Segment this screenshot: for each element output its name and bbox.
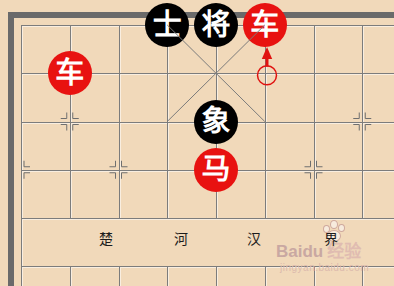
board-cell [21, 170, 70, 218]
board-cell [167, 266, 216, 286]
board-cell [216, 266, 265, 286]
river-label-char: 汉 [247, 228, 261, 248]
board-cell [119, 122, 168, 170]
board-cell [70, 170, 119, 218]
piece-glyph: 士 [153, 11, 182, 40]
watermark-url: jingyan.baidu.com [280, 262, 394, 273]
board-cell [265, 122, 314, 170]
board-cell [314, 73, 363, 121]
piece-glyph: 车 [250, 11, 279, 40]
board-cell [314, 122, 363, 170]
piece-glyph: 将 [201, 11, 230, 40]
board-cell [119, 73, 168, 121]
board-cell [362, 73, 394, 121]
piece-black-general: 将 [194, 3, 238, 47]
board-cell [362, 170, 394, 218]
river-label-char: 界 [324, 228, 338, 248]
board-cell [119, 266, 168, 286]
board-cell [362, 25, 394, 73]
piece-black-advisor: 士 [145, 3, 189, 47]
board-cell [119, 170, 168, 218]
watermark-brand-latin: Baidu [276, 242, 323, 261]
board-cell [265, 73, 314, 121]
board-cell [265, 170, 314, 218]
board-cell [314, 170, 363, 218]
piece-red-chariot-b: 车 [48, 51, 92, 95]
piece-black-elephant: 象 [194, 100, 238, 144]
xiangqi-diagram: Baidu经验 jingyan.baidu.com 楚河汉界士将车车象马 [0, 0, 394, 286]
piece-red-chariot-f: 车 [243, 3, 287, 47]
board-cell [70, 266, 119, 286]
river-label-char: 河 [174, 228, 188, 248]
river-label-char: 楚 [99, 228, 113, 248]
piece-glyph: 马 [201, 155, 230, 184]
board-cell [362, 122, 394, 170]
board-cell [21, 266, 70, 286]
piece-glyph: 车 [55, 59, 84, 88]
piece-glyph: 象 [201, 107, 230, 136]
piece-red-horse: 马 [194, 148, 238, 192]
board-cell [70, 122, 119, 170]
board-frame-left [8, 12, 14, 286]
board-cell [314, 25, 363, 73]
board-cell [21, 122, 70, 170]
